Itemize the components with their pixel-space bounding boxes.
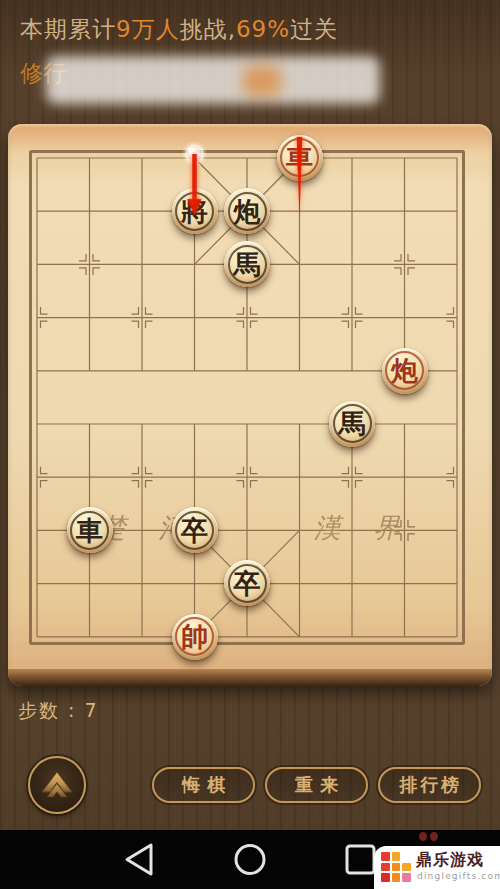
piece-glyph: 車 [277,135,323,181]
challenge-banner: 本期累计9万人挑战,69%过关 修行 [0,0,500,120]
restart-button[interactable]: 重来 [265,767,368,803]
chevron-up-icon [34,762,80,808]
stat-text: 过关 [290,16,338,42]
piece-black-pawn[interactable]: 卒 [172,507,218,553]
watermark-title: 鼎乐游戏 [416,850,484,871]
board-front-edge [8,669,492,686]
back-icon[interactable] [127,845,151,874]
piece-glyph: 卒 [172,507,218,553]
recents-icon[interactable] [347,846,374,873]
move-count-label: 步数 [18,699,60,721]
piece-black-horse[interactable]: 馬 [224,241,270,287]
piece-black-general[interactable]: 將 [172,188,218,234]
leaderboard-button[interactable]: 排行榜 [378,767,481,803]
piece-glyph: 卒 [224,560,270,606]
piece-glyph: 車 [67,507,113,553]
piece-red-cannon[interactable]: 炮 [382,348,428,394]
piece-glyph: 帥 [172,614,218,660]
piece-glyph: 炮 [382,348,428,394]
stat-text: 挑战, [180,16,236,42]
xiangqi-board[interactable]: 楚 河 漢 界 車將炮馬炮馬車卒卒帥 [8,124,492,686]
piece-glyph: 馬 [329,401,375,447]
pieces-grid: 車將炮馬炮馬車卒卒帥 [11,131,484,663]
censored-blur [46,56,380,104]
piece-glyph: 馬 [224,241,270,287]
expand-button[interactable] [28,756,86,814]
piece-black-horse[interactable]: 馬 [329,401,375,447]
watermark-logo-icon [381,852,411,882]
challenge-stats: 本期累计9万人挑战,69%过关 [20,14,338,45]
piece-black-chariot[interactable]: 車 [67,507,113,553]
move-count-value: 7 [84,699,98,721]
watermark-dots [419,832,438,841]
piece-black-cannon[interactable]: 炮 [224,188,270,234]
piece-black-pawn[interactable]: 卒 [224,560,270,606]
stat-highlight: 69% [236,16,290,42]
piece-red-chariot[interactable]: 車 [277,135,323,181]
watermark-domain: dinglegifts.com [417,871,500,881]
bottom-controls: 悔棋 重来 排行榜 [0,750,500,830]
move-counter: 步数 : 7 [18,698,99,724]
home-icon[interactable] [236,846,264,874]
app-screen: 本期累计9万人挑战,69%过关 修行 楚 河 漢 界 車將炮馬炮馬車卒卒帥 步数… [0,0,500,889]
piece-red-general[interactable]: 帥 [172,614,218,660]
piece-glyph: 炮 [224,188,270,234]
watermark: 鼎乐游戏 dinglegifts.com [374,846,500,889]
piece-glyph: 將 [172,188,218,234]
censored-blur-blob [243,66,281,96]
undo-button[interactable]: 悔棋 [152,767,255,803]
stat-highlight: 9万人 [116,16,180,42]
stat-text: 本期累计 [20,16,116,42]
